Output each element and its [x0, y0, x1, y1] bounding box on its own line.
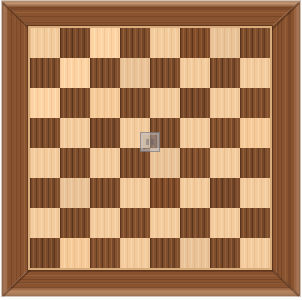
square-h1 — [240, 238, 270, 268]
square-d4 — [120, 148, 150, 178]
square-e6 — [150, 88, 180, 118]
square-f3 — [180, 178, 210, 208]
square-h6 — [240, 88, 270, 118]
chessboard — [2, 1, 300, 296]
square-b7 — [60, 58, 90, 88]
square-f6 — [180, 88, 210, 118]
square-g7 — [210, 58, 240, 88]
square-g6 — [210, 88, 240, 118]
square-g4 — [210, 148, 240, 178]
square-b2 — [60, 208, 90, 238]
square-h2 — [240, 208, 270, 238]
square-f2 — [180, 208, 210, 238]
square-d8 — [120, 28, 150, 58]
square-d1 — [120, 238, 150, 268]
square-f4 — [180, 148, 210, 178]
square-e1 — [150, 238, 180, 268]
square-g5 — [210, 118, 240, 148]
square-a6 — [30, 88, 60, 118]
square-a8 — [30, 28, 60, 58]
square-c8 — [90, 28, 120, 58]
square-d6 — [120, 88, 150, 118]
square-d7 — [120, 58, 150, 88]
watermark-glyph-mark — [151, 139, 154, 145]
square-f1 — [180, 238, 210, 268]
board-squares-grid — [30, 28, 270, 268]
square-e8 — [150, 28, 180, 58]
square-b3 — [60, 178, 90, 208]
square-a2 — [30, 208, 60, 238]
square-h8 — [240, 28, 270, 58]
product-photo-background — [0, 0, 302, 300]
square-h4 — [240, 148, 270, 178]
square-b6 — [60, 88, 90, 118]
square-e7 — [150, 58, 180, 88]
square-c4 — [90, 148, 120, 178]
square-f5 — [180, 118, 210, 148]
square-g2 — [210, 208, 240, 238]
square-e4 — [150, 148, 180, 178]
square-b5 — [60, 118, 90, 148]
square-b8 — [60, 28, 90, 58]
square-c3 — [90, 178, 120, 208]
square-g3 — [210, 178, 240, 208]
square-a3 — [30, 178, 60, 208]
square-c2 — [90, 208, 120, 238]
square-b4 — [60, 148, 90, 178]
square-c5 — [90, 118, 120, 148]
square-a4 — [30, 148, 60, 178]
watermark-glyph-mark — [146, 139, 149, 145]
square-d3 — [120, 178, 150, 208]
square-a5 — [30, 118, 60, 148]
square-h5 — [240, 118, 270, 148]
square-e3 — [150, 178, 180, 208]
square-a1 — [30, 238, 60, 268]
square-b1 — [60, 238, 90, 268]
square-g1 — [210, 238, 240, 268]
square-a7 — [30, 58, 60, 88]
square-c6 — [90, 88, 120, 118]
square-f7 — [180, 58, 210, 88]
watermark-overlay — [140, 132, 160, 152]
square-g8 — [210, 28, 240, 58]
square-h3 — [240, 178, 270, 208]
square-c1 — [90, 238, 120, 268]
square-h7 — [240, 58, 270, 88]
square-c7 — [90, 58, 120, 88]
square-f8 — [180, 28, 210, 58]
square-d2 — [120, 208, 150, 238]
square-e2 — [150, 208, 180, 238]
